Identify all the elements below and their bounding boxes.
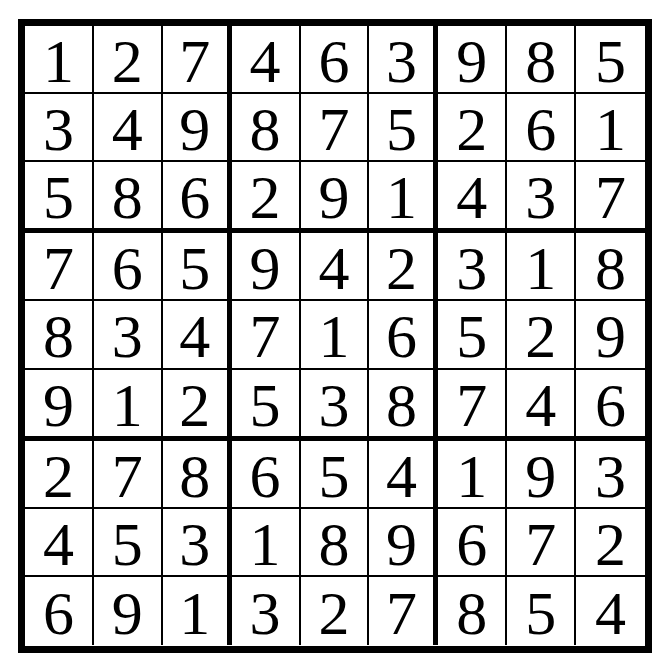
cell-r6c4[interactable]: 5: [232, 370, 301, 441]
cell-r9c8[interactable]: 5: [507, 577, 576, 645]
cell-r9c7[interactable]: 8: [438, 577, 507, 645]
cell-r8c6[interactable]: 9: [369, 509, 438, 577]
cell-r6c2[interactable]: 1: [94, 370, 163, 441]
cell-r8c1[interactable]: 4: [25, 509, 94, 577]
cell-r9c3[interactable]: 1: [163, 577, 232, 645]
cell-r1c4[interactable]: 4: [232, 26, 301, 94]
cell-r9c9[interactable]: 4: [576, 577, 645, 645]
cell-r2c6[interactable]: 5: [369, 94, 438, 162]
sudoku-page: 1274639853498752615862914377659423188347…: [0, 0, 670, 671]
cell-r3c4[interactable]: 2: [232, 162, 301, 233]
cell-r6c1[interactable]: 9: [25, 370, 94, 441]
cell-r7c5[interactable]: 5: [301, 441, 370, 509]
cell-r4c3[interactable]: 5: [163, 233, 232, 301]
cell-r4c8[interactable]: 1: [507, 233, 576, 301]
cell-r1c9[interactable]: 5: [576, 26, 645, 94]
cell-r1c7[interactable]: 9: [438, 26, 507, 94]
cell-r2c3[interactable]: 9: [163, 94, 232, 162]
cell-r6c6[interactable]: 8: [369, 370, 438, 441]
cell-r1c5[interactable]: 6: [301, 26, 370, 94]
cell-r5c2[interactable]: 3: [94, 301, 163, 369]
cell-r2c4[interactable]: 8: [232, 94, 301, 162]
cell-r7c8[interactable]: 9: [507, 441, 576, 509]
cell-r4c5[interactable]: 4: [301, 233, 370, 301]
cell-r3c8[interactable]: 3: [507, 162, 576, 233]
cell-r8c3[interactable]: 3: [163, 509, 232, 577]
cell-r7c2[interactable]: 7: [94, 441, 163, 509]
cell-r1c8[interactable]: 8: [507, 26, 576, 94]
cell-r7c3[interactable]: 8: [163, 441, 232, 509]
cell-r2c2[interactable]: 4: [94, 94, 163, 162]
cell-r9c5[interactable]: 2: [301, 577, 370, 645]
cell-r3c6[interactable]: 1: [369, 162, 438, 233]
cell-r9c6[interactable]: 7: [369, 577, 438, 645]
cell-r6c7[interactable]: 7: [438, 370, 507, 441]
cell-r3c9[interactable]: 7: [576, 162, 645, 233]
cell-r7c1[interactable]: 2: [25, 441, 94, 509]
cell-r2c5[interactable]: 7: [301, 94, 370, 162]
cell-r5c9[interactable]: 9: [576, 301, 645, 369]
cell-r9c4[interactable]: 3: [232, 577, 301, 645]
cell-r6c8[interactable]: 4: [507, 370, 576, 441]
cell-r4c9[interactable]: 8: [576, 233, 645, 301]
cell-r9c2[interactable]: 9: [94, 577, 163, 645]
cell-r7c7[interactable]: 1: [438, 441, 507, 509]
cell-r8c7[interactable]: 6: [438, 509, 507, 577]
cell-r4c7[interactable]: 3: [438, 233, 507, 301]
sudoku-board: 1274639853498752615862914377659423188347…: [18, 19, 652, 653]
cell-r6c3[interactable]: 2: [163, 370, 232, 441]
cell-r7c4[interactable]: 6: [232, 441, 301, 509]
cell-r7c6[interactable]: 4: [369, 441, 438, 509]
cell-r8c5[interactable]: 8: [301, 509, 370, 577]
cell-r3c2[interactable]: 8: [94, 162, 163, 233]
cell-r8c2[interactable]: 5: [94, 509, 163, 577]
cell-r6c9[interactable]: 6: [576, 370, 645, 441]
cell-r8c4[interactable]: 1: [232, 509, 301, 577]
cell-r3c3[interactable]: 6: [163, 162, 232, 233]
cell-r3c5[interactable]: 9: [301, 162, 370, 233]
cell-r8c9[interactable]: 2: [576, 509, 645, 577]
cell-r5c6[interactable]: 6: [369, 301, 438, 369]
cell-r4c1[interactable]: 7: [25, 233, 94, 301]
cell-r1c3[interactable]: 7: [163, 26, 232, 94]
cell-r3c1[interactable]: 5: [25, 162, 94, 233]
cell-r5c7[interactable]: 5: [438, 301, 507, 369]
cell-r3c7[interactable]: 4: [438, 162, 507, 233]
cell-r4c2[interactable]: 6: [94, 233, 163, 301]
cell-r5c3[interactable]: 4: [163, 301, 232, 369]
cell-r2c7[interactable]: 2: [438, 94, 507, 162]
cell-r2c8[interactable]: 6: [507, 94, 576, 162]
cell-r5c1[interactable]: 8: [25, 301, 94, 369]
cell-r7c9[interactable]: 3: [576, 441, 645, 509]
cell-r4c4[interactable]: 9: [232, 233, 301, 301]
cell-r2c1[interactable]: 3: [25, 94, 94, 162]
cell-r1c2[interactable]: 2: [94, 26, 163, 94]
cell-r5c5[interactable]: 1: [301, 301, 370, 369]
cell-r9c1[interactable]: 6: [25, 577, 94, 645]
cell-r1c1[interactable]: 1: [25, 26, 94, 94]
cell-r4c6[interactable]: 2: [369, 233, 438, 301]
cell-r8c8[interactable]: 7: [507, 509, 576, 577]
cell-r5c4[interactable]: 7: [232, 301, 301, 369]
cell-r1c6[interactable]: 3: [369, 26, 438, 94]
cell-r2c9[interactable]: 1: [576, 94, 645, 162]
cell-r6c5[interactable]: 3: [301, 370, 370, 441]
cell-r5c8[interactable]: 2: [507, 301, 576, 369]
